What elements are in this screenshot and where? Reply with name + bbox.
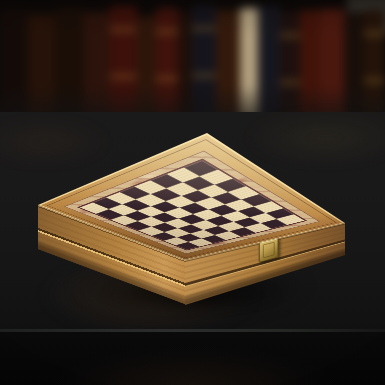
latch-engraving [263,242,275,259]
table-front-face [0,332,385,385]
product-photo-scene [0,0,385,385]
